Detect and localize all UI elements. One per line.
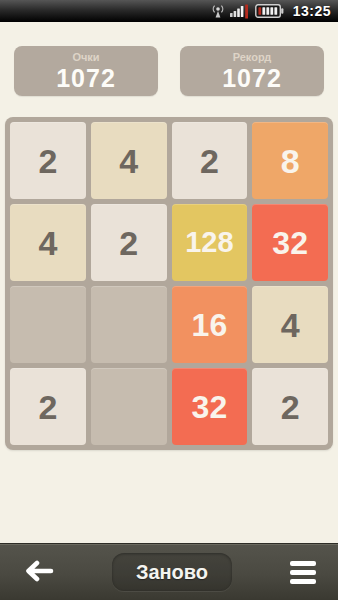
menu-button[interactable] bbox=[286, 557, 320, 588]
score-box: Очки 1072 bbox=[14, 46, 158, 96]
tile-2: 2 bbox=[91, 204, 167, 281]
tile-2: 2 bbox=[252, 368, 328, 445]
tile-2: 2 bbox=[10, 122, 86, 199]
game-board[interactable]: 242842128321642322 bbox=[5, 117, 333, 450]
tile-2: 2 bbox=[172, 122, 248, 199]
bottom-bar: Заново bbox=[0, 543, 338, 600]
best-score-value: 1072 bbox=[222, 66, 282, 91]
tile-128: 128 bbox=[172, 204, 248, 281]
status-time: 13:25 bbox=[293, 4, 331, 18]
tile-16: 16 bbox=[172, 286, 248, 363]
empty-cell bbox=[10, 286, 86, 363]
best-score-box: Рекорд 1072 bbox=[180, 46, 324, 96]
battery-icon bbox=[255, 4, 284, 18]
tile-2: 2 bbox=[10, 368, 86, 445]
signal-strength-icon bbox=[230, 4, 251, 19]
tile-4: 4 bbox=[10, 204, 86, 281]
tile-32: 32 bbox=[172, 368, 248, 445]
restart-button[interactable]: Заново bbox=[112, 553, 232, 591]
score-label: Очки bbox=[72, 52, 99, 63]
hamburger-menu-icon bbox=[290, 561, 316, 584]
back-arrow-icon bbox=[24, 560, 54, 585]
tile-4: 4 bbox=[252, 286, 328, 363]
tile-4: 4 bbox=[91, 122, 167, 199]
phone-screen: 13:25 Очки 1072 Рекорд 1072 242842128321… bbox=[0, 0, 338, 600]
back-button[interactable] bbox=[20, 556, 58, 589]
empty-cell bbox=[91, 286, 167, 363]
tile-8: 8 bbox=[252, 122, 328, 199]
broadcast-icon bbox=[210, 3, 226, 19]
status-bar: 13:25 bbox=[0, 0, 338, 22]
empty-cell bbox=[91, 368, 167, 445]
score-value: 1072 bbox=[56, 66, 116, 91]
tile-32: 32 bbox=[252, 204, 328, 281]
score-panel: Очки 1072 Рекорд 1072 bbox=[0, 46, 338, 96]
best-score-label: Рекорд bbox=[233, 52, 272, 63]
